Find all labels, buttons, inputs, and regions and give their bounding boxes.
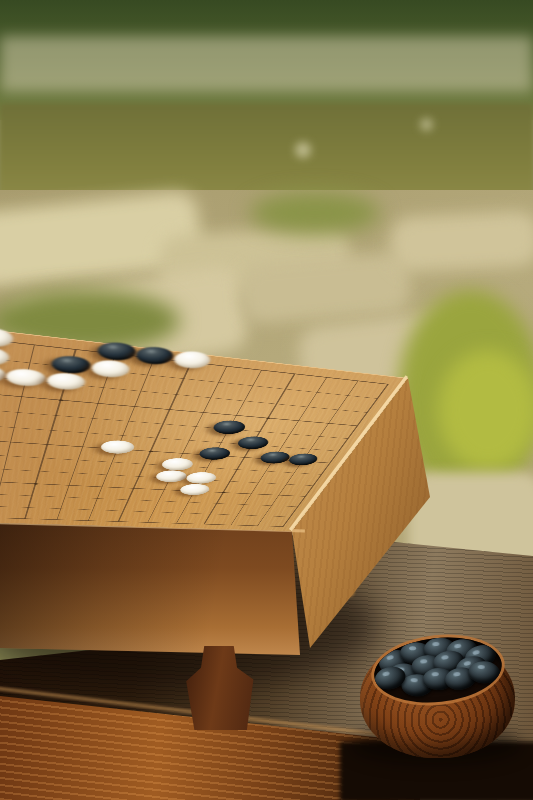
stone-bowl [358, 630, 520, 764]
paving-slab [389, 210, 533, 273]
grass-patch [250, 192, 380, 234]
foliage-background [0, 0, 533, 120]
bokeh-glint [420, 118, 433, 131]
photo-stage [0, 0, 533, 800]
star-point [58, 399, 63, 401]
bokeh-glint [295, 142, 311, 158]
moss-patch-bright [438, 350, 533, 470]
garden-wall [0, 36, 533, 92]
board-front-face [0, 515, 305, 665]
star-point [148, 450, 153, 452]
star-point [33, 483, 38, 485]
